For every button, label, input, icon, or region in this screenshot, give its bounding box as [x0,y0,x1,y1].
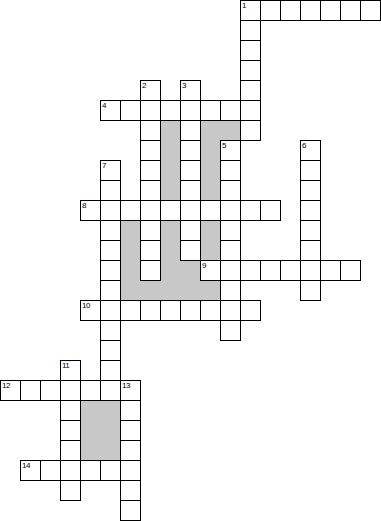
grid-cell[interactable] [300,260,321,281]
grid-cell[interactable]: 4 [100,100,121,121]
grid-cell[interactable] [140,300,161,321]
grid-cell[interactable] [240,20,261,41]
grid-cell[interactable] [220,240,241,261]
grid-cell[interactable] [200,100,221,121]
grid-cell[interactable] [220,300,241,321]
grid-cell[interactable]: 2 [140,80,161,101]
grid-cell[interactable] [240,120,261,141]
shaded-cell [160,160,180,180]
grid-cell[interactable] [140,160,161,181]
grid-cell[interactable] [320,260,341,281]
grid-cell[interactable] [240,260,261,281]
grid-cell[interactable] [360,0,381,21]
grid-cell[interactable] [80,380,101,401]
grid-cell[interactable] [240,200,261,221]
grid-cell[interactable] [100,340,121,361]
clue-number: 1 [242,1,246,10]
grid-cell[interactable] [60,460,81,481]
grid-cell[interactable] [140,220,161,241]
shaded-cell [200,120,220,140]
grid-cell[interactable] [120,400,141,421]
grid-cell[interactable] [140,200,161,221]
grid-cell[interactable] [200,300,221,321]
grid-cell[interactable] [220,220,241,241]
grid-cell[interactable] [100,300,121,321]
grid-cell[interactable] [240,60,261,81]
shaded-cell [160,140,180,160]
grid-cell[interactable] [300,220,321,241]
shaded-cell [120,260,140,280]
grid-cell[interactable] [120,460,141,481]
shaded-cell [200,160,220,180]
grid-cell[interactable] [180,160,201,181]
grid-cell[interactable] [100,460,121,481]
shaded-cell [160,280,180,300]
grid-cell[interactable] [300,200,321,221]
grid-cell[interactable] [100,320,121,341]
clue-number: 6 [302,141,306,150]
grid-cell[interactable] [40,460,61,481]
grid-cell[interactable] [140,260,161,281]
clue-number: 9 [202,261,206,270]
grid-cell[interactable] [300,180,321,201]
grid-cell[interactable] [200,200,221,221]
grid-cell[interactable] [80,460,101,481]
grid-cell[interactable] [220,160,241,181]
grid-cell[interactable] [240,300,261,321]
grid-cell[interactable] [320,0,341,21]
clue-number: 10 [82,301,90,310]
grid-cell[interactable] [140,120,161,141]
shaded-cell [200,240,220,260]
grid-cell[interactable] [100,240,121,261]
clue-number: 13 [122,381,130,390]
grid-cell[interactable]: 10 [80,300,101,321]
grid-cell[interactable] [120,500,141,521]
shaded-cell [160,120,180,140]
grid-cell[interactable] [120,300,141,321]
grid-cell[interactable]: 11 [60,360,81,381]
shaded-cell [100,400,120,420]
grid-cell[interactable] [220,100,241,121]
grid-cell[interactable] [180,100,201,121]
clue-number: 14 [22,461,30,470]
grid-cell[interactable] [120,440,141,461]
clue-number: 8 [82,201,86,210]
grid-cell[interactable] [220,320,241,341]
grid-cell[interactable] [180,200,201,221]
shaded-cell [220,120,240,140]
grid-cell[interactable] [220,260,241,281]
grid-cell[interactable] [100,280,121,301]
shaded-cell [120,240,140,260]
shaded-cell [160,240,180,260]
shaded-cell [180,280,200,300]
grid-cell[interactable] [140,180,161,201]
grid-cell[interactable] [160,200,181,221]
grid-cell[interactable] [180,180,201,201]
grid-cell[interactable] [140,100,161,121]
grid-cell[interactable] [180,120,201,141]
shaded-cell [140,280,160,300]
grid-cell[interactable] [180,220,201,241]
grid-cell[interactable] [100,360,121,381]
shaded-cell [200,180,220,200]
grid-cell[interactable] [60,480,81,501]
grid-cell[interactable]: 7 [100,160,121,181]
shaded-cell [160,260,180,280]
grid-cell[interactable]: 3 [180,80,201,101]
shaded-cell [100,440,120,460]
clue-number: 5 [222,141,226,150]
grid-cell[interactable] [300,160,321,181]
grid-cell[interactable] [260,260,281,281]
grid-cell[interactable] [300,280,321,301]
clue-number: 7 [102,161,106,170]
grid-cell[interactable] [340,260,361,281]
grid-cell[interactable] [120,480,141,501]
grid-cell[interactable] [300,240,321,261]
shaded-cell [160,180,180,200]
grid-cell[interactable]: 1 [240,0,261,21]
shaded-cell [200,280,220,300]
grid-cell[interactable] [120,420,141,441]
shaded-cell [120,280,140,300]
grid-cell[interactable] [100,220,121,241]
grid-cell[interactable] [340,0,361,21]
clue-number: 3 [182,81,186,90]
grid-cell[interactable] [100,200,121,221]
grid-cell[interactable] [280,0,301,21]
shaded-cell [100,420,120,440]
grid-cell[interactable]: 8 [80,200,101,221]
grid-cell[interactable]: 9 [200,260,221,281]
shaded-cell [80,400,100,420]
grid-cell[interactable] [220,280,241,301]
grid-cell[interactable]: 6 [300,140,321,161]
grid-cell[interactable] [160,300,181,321]
grid-cell[interactable]: 5 [220,140,241,161]
grid-cell[interactable] [140,240,161,261]
grid-cell[interactable] [180,140,201,161]
grid-cell[interactable] [60,380,81,401]
grid-cell[interactable] [240,40,261,61]
grid-cell[interactable] [180,300,201,321]
grid-cell[interactable] [140,140,161,161]
clue-number: 2 [142,81,146,90]
grid-cell[interactable] [240,80,261,101]
grid-cell[interactable] [180,240,201,261]
shaded-cell [200,220,220,240]
grid-cell[interactable] [60,400,81,421]
grid-cell[interactable] [280,260,301,281]
grid-cell[interactable] [300,0,321,21]
grid-cell[interactable] [220,200,241,221]
clue-number: 11 [62,361,69,370]
grid-cell[interactable] [100,260,121,281]
grid-cell[interactable]: 13 [120,380,141,401]
grid-cell[interactable] [40,380,61,401]
shaded-cell [160,220,180,240]
crossword-board: 1234567891011121314 [0,0,381,521]
shaded-cell [80,420,100,440]
grid-cell[interactable] [240,100,261,121]
grid-cell[interactable] [60,420,81,441]
grid-cell[interactable] [100,380,121,401]
grid-cell[interactable] [120,100,141,121]
grid-cell[interactable] [260,0,281,21]
grid-cell[interactable]: 12 [0,380,21,401]
clue-number: 4 [102,101,106,110]
grid-cell[interactable]: 14 [20,460,41,481]
grid-cell[interactable] [20,380,41,401]
grid-cell[interactable] [120,200,141,221]
shaded-cell [200,140,220,160]
shaded-cell [120,220,140,240]
shaded-cell [80,440,100,460]
grid-cell[interactable] [60,440,81,461]
grid-cell[interactable] [160,100,181,121]
grid-cell[interactable] [220,180,241,201]
crossword-page: 1234567891011121314 [0,0,381,521]
clue-number: 12 [2,381,10,390]
shaded-cell [180,260,200,280]
grid-cell[interactable] [260,200,281,221]
grid-cell[interactable] [100,180,121,201]
